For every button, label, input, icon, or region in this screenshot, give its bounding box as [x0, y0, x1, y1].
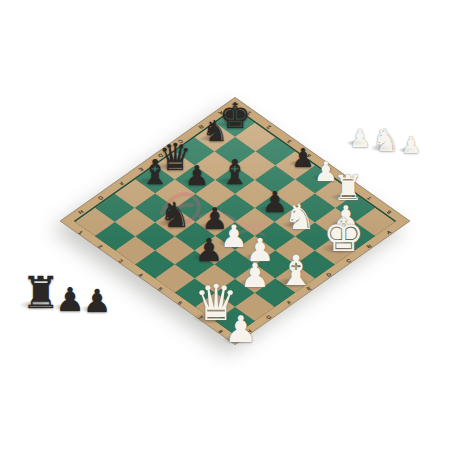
piece-shadow — [346, 140, 366, 146]
white-pawn-captured-2: ♟ — [400, 134, 423, 157]
piece-shadow — [398, 147, 416, 153]
white-pawn-captured-0: ♟ — [348, 126, 373, 151]
black-pawn-captured-2: ♟ — [81, 285, 113, 317]
board-grid — [75, 109, 395, 335]
black-rook-captured-0: ♜ — [19, 271, 63, 315]
piece-shadow — [370, 144, 395, 151]
chess-set-product-photo: AA11BB22CC33DD44EE55FF66GG77HH88 ♚♞♛♝♟♝♞… — [0, 0, 450, 450]
board-border-frame: AA11BB22CC33DD44EE55FF66GG77HH88 — [60, 97, 411, 345]
white-knight-captured-1: ♞ — [371, 125, 402, 156]
piece-shadow — [53, 303, 79, 311]
piece-shadow — [19, 300, 54, 311]
chessboard: AA11BB22CC33DD44EE55FF66GG77HH88 — [60, 97, 411, 345]
black-pawn-captured-1: ♟ — [54, 283, 87, 316]
piece-shadow — [80, 305, 106, 313]
